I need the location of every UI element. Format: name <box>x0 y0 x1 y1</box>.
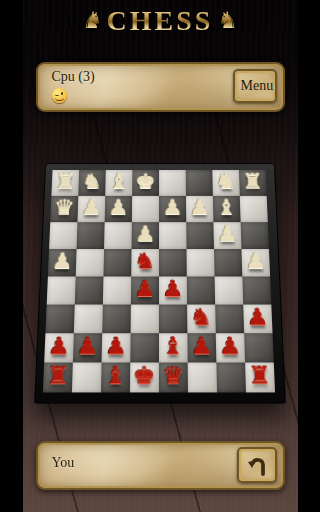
square-h5[interactable] <box>47 277 76 305</box>
white-pawn[interactable]: ♟ <box>159 194 186 220</box>
square-e2[interactable] <box>132 196 159 222</box>
square-d5[interactable]: ♟ <box>159 277 187 305</box>
red-rook[interactable]: ♜ <box>43 361 73 391</box>
red-bishop[interactable]: ♝ <box>101 361 130 391</box>
square-h4[interactable]: ♟ <box>48 249 77 276</box>
square-h2[interactable]: ♛ <box>50 196 78 222</box>
square-e7[interactable] <box>130 333 159 362</box>
square-c4[interactable] <box>187 249 215 276</box>
red-knight[interactable]: ♞ <box>187 303 216 332</box>
square-b2[interactable]: ♝ <box>213 196 241 222</box>
red-pawn[interactable]: ♟ <box>131 275 159 303</box>
white-pawn[interactable]: ♟ <box>48 247 77 274</box>
red-pawn[interactable]: ♟ <box>44 331 74 360</box>
cpu-player-label: Cpu (3) <box>52 69 95 85</box>
square-d4[interactable] <box>159 249 187 276</box>
square-b1[interactable]: ♞ <box>212 170 239 196</box>
square-d1[interactable] <box>159 170 186 196</box>
square-h3[interactable] <box>49 222 77 249</box>
white-pawn[interactable]: ♟ <box>213 220 241 247</box>
red-knight[interactable]: ♞ <box>131 247 159 274</box>
square-h1[interactable]: ♜ <box>51 170 79 196</box>
square-c8[interactable] <box>188 363 217 393</box>
red-pawn[interactable]: ♟ <box>159 275 187 303</box>
square-f2[interactable]: ♟ <box>105 196 132 222</box>
square-f8[interactable]: ♝ <box>101 363 130 393</box>
square-a1[interactable]: ♜ <box>239 170 267 196</box>
chess-board: ♜♞♝♚♞♜♛♟♟♟♟♝♟♟♟♞♟♟♟♞♟♟♟♟♝♟♟♜♝♚♛♜ <box>43 170 277 392</box>
white-knight[interactable]: ♞ <box>78 168 105 194</box>
square-f3[interactable] <box>104 222 132 249</box>
square-g8[interactable] <box>72 363 102 393</box>
square-b6[interactable] <box>215 305 244 334</box>
red-pawn[interactable]: ♟ <box>216 331 245 360</box>
square-c2[interactable]: ♟ <box>186 196 213 222</box>
square-c7[interactable]: ♟ <box>187 333 216 362</box>
square-c6[interactable]: ♞ <box>187 305 216 334</box>
square-g7[interactable]: ♟ <box>73 333 102 362</box>
square-h8[interactable]: ♜ <box>43 363 73 393</box>
cpu-player-panel: Cpu (3) Menu <box>36 62 285 112</box>
smiley-mouth <box>55 94 64 101</box>
square-e4[interactable]: ♞ <box>131 249 159 276</box>
square-a5[interactable] <box>242 277 271 305</box>
square-a3[interactable] <box>241 222 269 249</box>
square-d3[interactable] <box>159 222 186 249</box>
square-a8[interactable]: ♜ <box>245 363 275 393</box>
title-bar: ♞ CHESS ♞ <box>23 0 298 42</box>
square-e1[interactable]: ♚ <box>132 170 159 196</box>
square-a6[interactable]: ♟ <box>243 305 272 334</box>
red-pawn[interactable]: ♟ <box>73 331 102 360</box>
board-frame: ♜♞♝♚♞♜♛♟♟♟♟♝♟♟♟♞♟♟♟♞♟♟♟♟♝♟♟♜♝♚♛♜ <box>34 163 286 403</box>
square-e5[interactable]: ♟ <box>131 277 159 305</box>
menu-button[interactable]: Menu <box>233 69 277 103</box>
red-bishop[interactable]: ♝ <box>159 331 188 360</box>
square-c3[interactable] <box>186 222 214 249</box>
square-b7[interactable]: ♟ <box>216 333 245 362</box>
square-g1[interactable]: ♞ <box>78 170 105 196</box>
square-f6[interactable] <box>102 305 131 334</box>
knight-right-icon: ♞ <box>217 0 238 42</box>
app-title: CHESS <box>107 0 214 42</box>
square-g2[interactable]: ♟ <box>77 196 105 222</box>
square-d8[interactable]: ♛ <box>159 363 188 393</box>
you-player-label: You <box>52 455 75 471</box>
red-king[interactable]: ♚ <box>130 361 159 391</box>
square-e6[interactable] <box>131 305 159 334</box>
white-rook[interactable]: ♜ <box>239 168 267 194</box>
white-pawn[interactable]: ♟ <box>105 194 132 220</box>
square-f5[interactable] <box>103 277 131 305</box>
square-c1[interactable] <box>186 170 213 196</box>
white-pawn[interactable]: ♟ <box>78 194 106 220</box>
board-perspective-wrap: ♜♞♝♚♞♜♛♟♟♟♟♝♟♟♟♞♟♟♟♞♟♟♟♟♝♟♟♜♝♚♛♜ <box>34 163 286 403</box>
square-h7[interactable]: ♟ <box>44 333 74 362</box>
square-b4[interactable] <box>214 249 242 276</box>
square-g3[interactable] <box>77 222 105 249</box>
square-f1[interactable]: ♝ <box>105 170 132 196</box>
square-g5[interactable] <box>75 277 104 305</box>
knight-left-icon: ♞ <box>82 0 103 42</box>
square-d2[interactable]: ♟ <box>159 196 186 222</box>
square-g4[interactable] <box>76 249 104 276</box>
square-f4[interactable] <box>103 249 131 276</box>
white-knight[interactable]: ♞ <box>212 168 239 194</box>
square-d7[interactable]: ♝ <box>159 333 188 362</box>
white-king[interactable]: ♚ <box>132 168 159 194</box>
undo-arrow-icon <box>245 453 269 477</box>
you-player-panel: You <box>36 441 285 490</box>
red-queen[interactable]: ♛ <box>159 361 188 391</box>
white-bishop[interactable]: ♝ <box>213 194 241 220</box>
square-b5[interactable] <box>215 277 244 305</box>
white-bishop[interactable]: ♝ <box>105 168 132 194</box>
square-d6[interactable] <box>159 305 187 334</box>
square-f7[interactable]: ♟ <box>102 333 131 362</box>
winking-smiley-icon <box>52 88 67 103</box>
square-a7[interactable] <box>244 333 274 362</box>
square-e3[interactable]: ♟ <box>132 222 159 249</box>
red-pawn[interactable]: ♟ <box>102 331 131 360</box>
white-pawn[interactable]: ♟ <box>186 194 213 220</box>
white-pawn[interactable]: ♟ <box>132 220 159 247</box>
undo-button[interactable] <box>237 447 277 483</box>
red-pawn[interactable]: ♟ <box>243 303 272 332</box>
square-a4[interactable]: ♟ <box>241 249 270 276</box>
square-g6[interactable] <box>74 305 103 334</box>
square-b3[interactable]: ♟ <box>213 222 241 249</box>
square-c5[interactable] <box>187 277 215 305</box>
red-pawn[interactable]: ♟ <box>187 331 216 360</box>
white-queen[interactable]: ♛ <box>50 194 78 220</box>
red-rook[interactable]: ♜ <box>245 361 275 391</box>
square-h6[interactable] <box>45 305 74 334</box>
square-a2[interactable] <box>240 196 268 222</box>
square-b8[interactable] <box>216 363 246 393</box>
white-pawn[interactable]: ♟ <box>241 247 270 274</box>
chess-app-screen: ♞ CHESS ♞ Cpu (3) Menu ♜♞♝♚♞♜♛♟♟♟♟♝♟♟♟♞♟… <box>23 0 298 512</box>
square-e8[interactable]: ♚ <box>130 363 159 393</box>
white-rook[interactable]: ♜ <box>51 168 79 194</box>
